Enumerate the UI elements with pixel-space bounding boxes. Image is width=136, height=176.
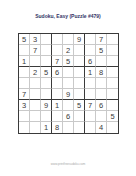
sudoku-cell-r1c1: 5 bbox=[19, 34, 30, 45]
sudoku-cell-r7c9 bbox=[107, 100, 118, 111]
sudoku-cell-r7c4: 1 bbox=[52, 100, 63, 111]
sudoku-cell-r8c9: 5 bbox=[107, 111, 118, 122]
sudoku-cell-r7c2 bbox=[30, 100, 41, 111]
sudoku-cell-r4c8: 8 bbox=[96, 67, 107, 78]
sudoku-cell-r4c4: 6 bbox=[52, 67, 63, 78]
sudoku-cell-r7c6: 5 bbox=[74, 100, 85, 111]
sudoku-cell-r5c6 bbox=[74, 78, 85, 89]
sudoku-cell-r6c8 bbox=[96, 89, 107, 100]
sudoku-cell-r5c2 bbox=[30, 78, 41, 89]
sudoku-cell-r4c6 bbox=[74, 67, 85, 78]
sudoku-cell-r1c2: 3 bbox=[30, 34, 41, 45]
sudoku-cell-r2c7 bbox=[85, 45, 96, 56]
sudoku-cell-r8c1 bbox=[19, 111, 30, 122]
sudoku-cell-r5c8 bbox=[96, 78, 107, 89]
sudoku-cell-r1c7 bbox=[85, 34, 96, 45]
sudoku-cell-r7c5 bbox=[63, 100, 74, 111]
sudoku-cell-r2c3 bbox=[41, 45, 52, 56]
sudoku-cell-r3c5: 5 bbox=[63, 56, 74, 67]
sudoku-cell-r2c2: 7 bbox=[30, 45, 41, 56]
sudoku-cell-r7c1: 3 bbox=[19, 100, 30, 111]
sudoku-cell-r8c8 bbox=[96, 111, 107, 122]
footer-url: www.printfreesudoku.com bbox=[0, 162, 136, 166]
sudoku-cell-r9c3: 1 bbox=[41, 122, 52, 133]
sudoku-cell-r6c9 bbox=[107, 89, 118, 100]
sudoku-cell-r4c7: 1 bbox=[85, 67, 96, 78]
sudoku-cell-r6c2 bbox=[30, 89, 41, 100]
sudoku-cell-r1c4 bbox=[52, 34, 63, 45]
sudoku-cell-r3c7: 6 bbox=[85, 56, 96, 67]
sudoku-cell-r9c2 bbox=[30, 122, 41, 133]
sudoku-cell-r9c7 bbox=[85, 122, 96, 133]
sudoku-cell-r6c6 bbox=[74, 89, 85, 100]
sudoku-cell-r3c3 bbox=[41, 56, 52, 67]
sudoku-cell-r5c7 bbox=[85, 78, 96, 89]
sudoku-cell-r9c4: 8 bbox=[52, 122, 63, 133]
sudoku-cell-r6c1: 7 bbox=[19, 89, 30, 100]
sudoku-cell-r4c3: 5 bbox=[41, 67, 52, 78]
sudoku-cell-r8c6 bbox=[74, 111, 85, 122]
sudoku-cell-r2c4 bbox=[52, 45, 63, 56]
sudoku-cell-r5c3 bbox=[41, 78, 52, 89]
sudoku-cell-r3c6 bbox=[74, 56, 85, 67]
sudoku-cell-r5c4 bbox=[52, 78, 63, 89]
sudoku-cell-r2c9 bbox=[107, 45, 118, 56]
sudoku-cell-r3c9 bbox=[107, 56, 118, 67]
sudoku-cell-r6c5: 9 bbox=[63, 89, 74, 100]
sudoku-cell-r7c8: 6 bbox=[96, 100, 107, 111]
sudoku-cell-r4c9 bbox=[107, 67, 118, 78]
sudoku-cell-r3c2 bbox=[30, 56, 41, 67]
sudoku-cell-r9c5 bbox=[63, 122, 74, 133]
sudoku-cell-r3c4: 7 bbox=[52, 56, 63, 67]
sudoku-cell-r8c2 bbox=[30, 111, 41, 122]
sudoku-cell-r3c1: 1 bbox=[19, 56, 30, 67]
sudoku-cell-r8c5: 6 bbox=[63, 111, 74, 122]
page-title: Sudoku, Easy (Puzzle #479) bbox=[0, 13, 136, 19]
sudoku-cell-r1c3 bbox=[41, 34, 52, 45]
sudoku-cell-r4c1 bbox=[19, 67, 30, 78]
sudoku-cell-r1c8: 7 bbox=[96, 34, 107, 45]
sudoku-cell-r5c5 bbox=[63, 78, 74, 89]
sudoku-board: 53977251756256187939157665184 bbox=[18, 33, 119, 134]
sudoku-cell-r6c4 bbox=[52, 89, 63, 100]
sudoku-cell-r8c4 bbox=[52, 111, 63, 122]
sudoku-cell-r5c9 bbox=[107, 78, 118, 89]
sudoku-cell-r1c5 bbox=[63, 34, 74, 45]
sudoku-cell-r2c1 bbox=[19, 45, 30, 56]
sudoku-cell-r1c9 bbox=[107, 34, 118, 45]
sudoku-cell-r2c6 bbox=[74, 45, 85, 56]
sudoku-cell-r6c7 bbox=[85, 89, 96, 100]
sudoku-cell-r2c5: 2 bbox=[63, 45, 74, 56]
sudoku-cell-r9c8: 4 bbox=[96, 122, 107, 133]
sudoku-cell-r1c6: 9 bbox=[74, 34, 85, 45]
sudoku-cell-r9c9 bbox=[107, 122, 118, 133]
sudoku-sheet: Sudoku, Easy (Puzzle #479) 5397725175625… bbox=[0, 0, 136, 176]
sudoku-cell-r5c1 bbox=[19, 78, 30, 89]
sudoku-cell-r4c2: 2 bbox=[30, 67, 41, 78]
sudoku-cell-r4c5 bbox=[63, 67, 74, 78]
sudoku-cell-r7c3: 9 bbox=[41, 100, 52, 111]
sudoku-cell-r2c8: 5 bbox=[96, 45, 107, 56]
sudoku-cell-r8c7 bbox=[85, 111, 96, 122]
sudoku-cell-r7c7: 7 bbox=[85, 100, 96, 111]
sudoku-cell-r8c3 bbox=[41, 111, 52, 122]
sudoku-cell-r9c6 bbox=[74, 122, 85, 133]
sudoku-cell-r3c8 bbox=[96, 56, 107, 67]
sudoku-cell-r9c1 bbox=[19, 122, 30, 133]
sudoku-cell-r6c3 bbox=[41, 89, 52, 100]
